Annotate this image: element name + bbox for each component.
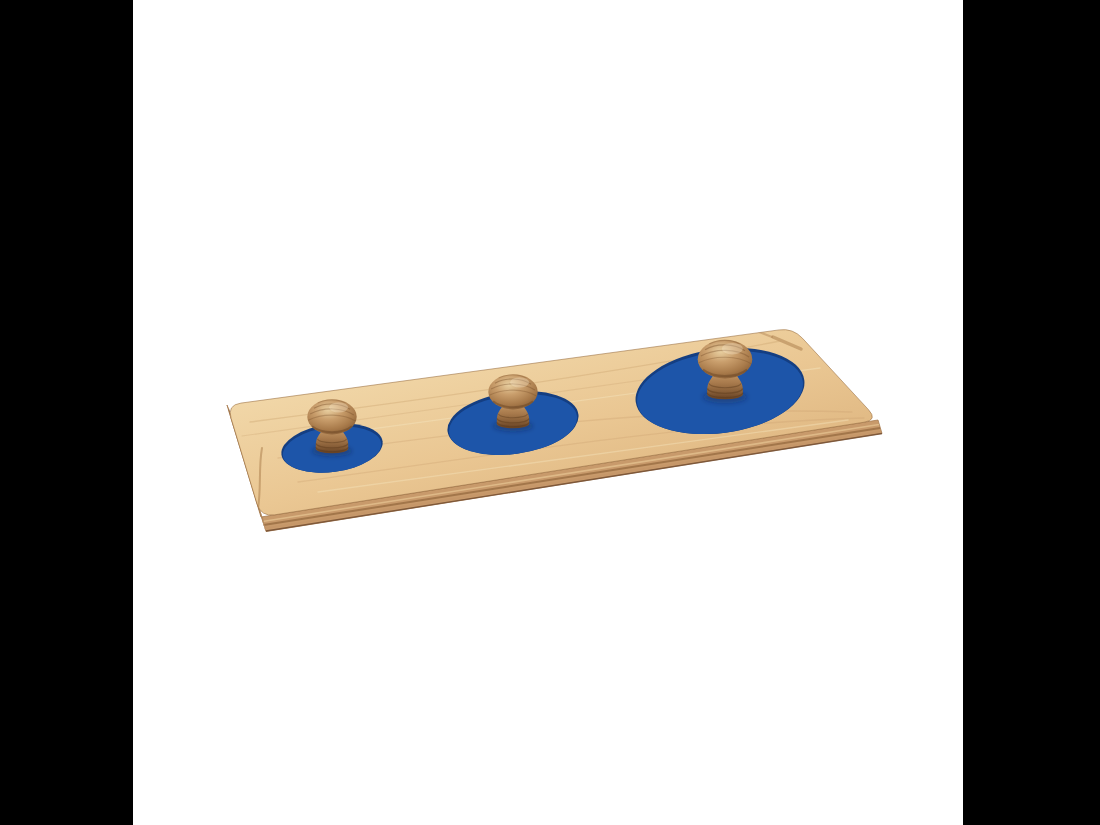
puzzle-board-graphic (0, 0, 1100, 825)
product-photo (0, 0, 1100, 825)
